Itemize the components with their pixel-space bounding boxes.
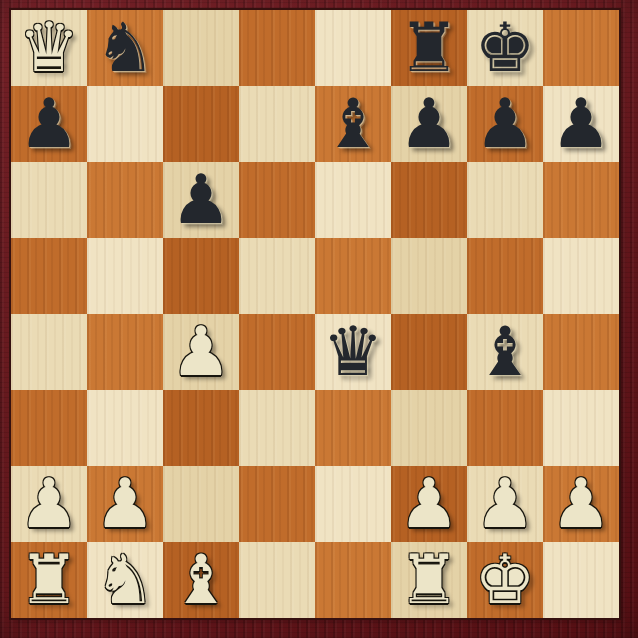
black-bishop[interactable]: ♝ [323,86,384,162]
square-f5[interactable] [391,238,467,314]
square-a3[interactable] [11,390,87,466]
white-pawn[interactable]: ♟ [95,466,156,542]
square-e1[interactable] [315,542,391,618]
white-pawn[interactable]: ♟ [475,466,536,542]
square-g3[interactable] [467,390,543,466]
white-queen[interactable]: ♛ [19,10,80,86]
black-pawn[interactable]: ♟ [475,86,536,162]
square-h3[interactable] [543,390,619,466]
black-knight[interactable]: ♞ [95,10,156,86]
square-g5[interactable] [467,238,543,314]
white-pawn[interactable]: ♟ [551,466,612,542]
square-f6[interactable] [391,162,467,238]
black-pawn[interactable]: ♟ [399,86,460,162]
square-e6[interactable] [315,162,391,238]
square-g6[interactable] [467,162,543,238]
black-king[interactable]: ♚ [475,10,536,86]
square-h2[interactable]: ♟ [543,466,619,542]
square-a4[interactable] [11,314,87,390]
square-d4[interactable] [239,314,315,390]
square-a8[interactable]: ♛ [11,10,87,86]
square-c4[interactable]: ♟ [163,314,239,390]
square-c5[interactable] [163,238,239,314]
white-pawn[interactable]: ♟ [171,314,232,390]
square-d8[interactable] [239,10,315,86]
square-d2[interactable] [239,466,315,542]
white-rook[interactable]: ♜ [19,542,80,618]
square-c2[interactable] [163,466,239,542]
square-f2[interactable]: ♟ [391,466,467,542]
square-b4[interactable] [87,314,163,390]
black-rook[interactable]: ♜ [399,10,460,86]
square-e5[interactable] [315,238,391,314]
square-a6[interactable] [11,162,87,238]
square-g8[interactable]: ♚ [467,10,543,86]
square-c6[interactable]: ♟ [163,162,239,238]
chess-screenshot: ♛♞♜♚♟♝♟♟♟♟♟♛♝♟♟♟♟♟♜♞♝♜♚ [0,0,638,638]
square-b2[interactable]: ♟ [87,466,163,542]
square-b6[interactable] [87,162,163,238]
square-g4[interactable]: ♝ [467,314,543,390]
chess-board: ♛♞♜♚♟♝♟♟♟♟♟♛♝♟♟♟♟♟♜♞♝♜♚ [11,10,619,618]
square-f3[interactable] [391,390,467,466]
black-pawn[interactable]: ♟ [171,162,232,238]
square-d3[interactable] [239,390,315,466]
square-b3[interactable] [87,390,163,466]
square-f8[interactable]: ♜ [391,10,467,86]
square-h4[interactable] [543,314,619,390]
white-rook[interactable]: ♜ [399,542,460,618]
square-b1[interactable]: ♞ [87,542,163,618]
square-a5[interactable] [11,238,87,314]
black-bishop[interactable]: ♝ [475,314,536,390]
square-b8[interactable]: ♞ [87,10,163,86]
square-c3[interactable] [163,390,239,466]
square-b7[interactable] [87,86,163,162]
square-e2[interactable] [315,466,391,542]
square-h7[interactable]: ♟ [543,86,619,162]
square-d6[interactable] [239,162,315,238]
square-d1[interactable] [239,542,315,618]
square-c7[interactable] [163,86,239,162]
square-d7[interactable] [239,86,315,162]
square-e3[interactable] [315,390,391,466]
square-a1[interactable]: ♜ [11,542,87,618]
square-g1[interactable]: ♚ [467,542,543,618]
black-pawn[interactable]: ♟ [551,86,612,162]
square-a2[interactable]: ♟ [11,466,87,542]
square-e8[interactable] [315,10,391,86]
square-a7[interactable]: ♟ [11,86,87,162]
square-c8[interactable] [163,10,239,86]
white-knight[interactable]: ♞ [95,542,156,618]
square-e7[interactable]: ♝ [315,86,391,162]
white-king[interactable]: ♚ [475,542,536,618]
black-queen[interactable]: ♛ [323,314,384,390]
square-h1[interactable] [543,542,619,618]
black-pawn[interactable]: ♟ [19,86,80,162]
square-h8[interactable] [543,10,619,86]
square-g2[interactable]: ♟ [467,466,543,542]
white-bishop[interactable]: ♝ [171,542,232,618]
square-d5[interactable] [239,238,315,314]
square-f4[interactable] [391,314,467,390]
square-c1[interactable]: ♝ [163,542,239,618]
square-b5[interactable] [87,238,163,314]
white-pawn[interactable]: ♟ [19,466,80,542]
square-g7[interactable]: ♟ [467,86,543,162]
square-f1[interactable]: ♜ [391,542,467,618]
square-e4[interactable]: ♛ [315,314,391,390]
square-h5[interactable] [543,238,619,314]
square-h6[interactable] [543,162,619,238]
square-f7[interactable]: ♟ [391,86,467,162]
white-pawn[interactable]: ♟ [399,466,460,542]
